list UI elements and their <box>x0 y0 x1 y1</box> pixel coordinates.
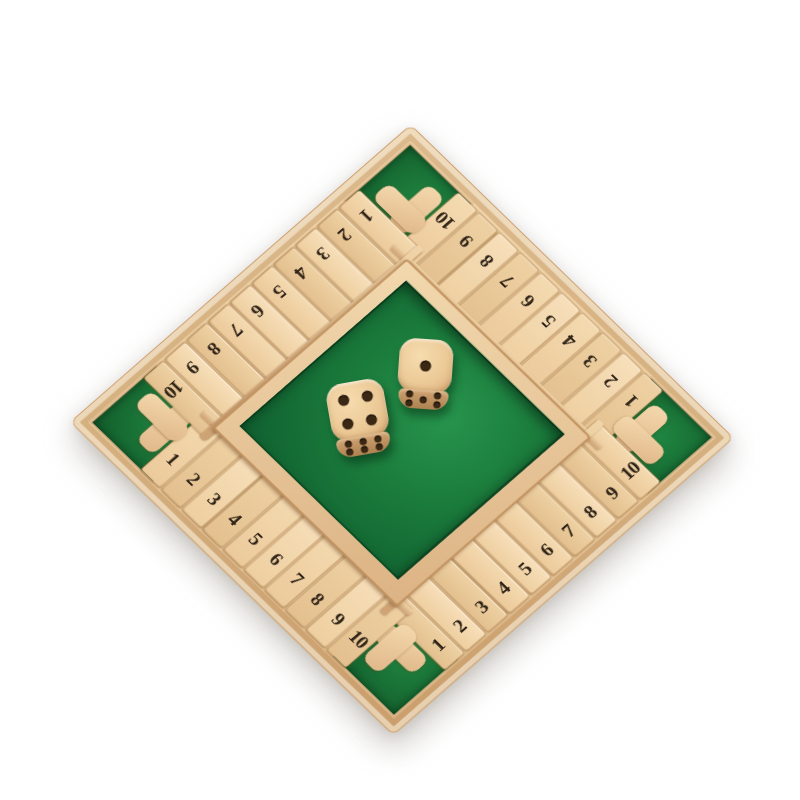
die-pip <box>338 394 351 407</box>
die-pip <box>374 435 382 443</box>
die-pip <box>406 391 413 398</box>
die-pip <box>433 401 440 408</box>
die-right-top-face <box>397 337 455 395</box>
die-pip <box>361 390 374 403</box>
die-left[interactable] <box>324 377 394 460</box>
die-pip <box>344 440 352 448</box>
die-pip <box>419 396 426 403</box>
die-right-front-face <box>398 388 449 410</box>
die-pip <box>359 437 367 445</box>
die-right[interactable] <box>396 337 455 411</box>
dice-layer <box>0 0 800 800</box>
die-pip <box>346 448 354 456</box>
die-pip <box>365 413 378 426</box>
die-pip <box>434 392 441 399</box>
die-pip <box>405 399 412 406</box>
die-pip <box>360 445 368 453</box>
die-pip <box>420 360 432 372</box>
die-pip <box>342 417 355 430</box>
die-pip <box>375 443 383 451</box>
